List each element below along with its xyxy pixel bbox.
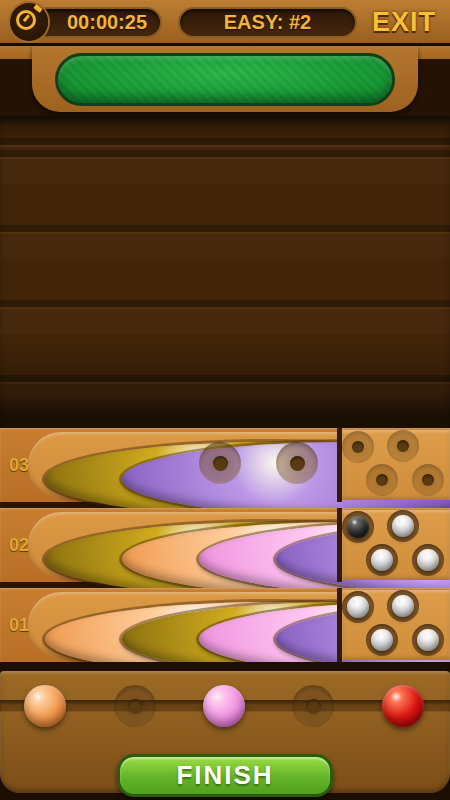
- timer-value: 00:00:25: [67, 11, 147, 34]
- level-badge: EASY: #2: [178, 7, 357, 38]
- level-label: EASY: #2: [224, 11, 311, 34]
- tray-section: FINISH: [0, 662, 450, 800]
- feedback-pin-ball: [417, 549, 439, 571]
- slot-dot: [306, 699, 321, 714]
- slot-dot: [290, 456, 305, 471]
- feedback-pin-white: [412, 624, 444, 656]
- slot-dot: [352, 441, 364, 453]
- feedback-hole-empty: [342, 431, 374, 463]
- feedback-pin-white: [412, 544, 444, 576]
- timer-badge: 00:00:25: [30, 7, 162, 38]
- row-number-label: 01: [6, 588, 32, 662]
- feedback-pin-ball: [392, 515, 414, 537]
- feedback-hole-empty: [412, 464, 444, 496]
- feedback-pin-ball: [371, 629, 393, 651]
- feedback-pin-ball: [371, 549, 393, 571]
- feedback-panel: [342, 510, 450, 580]
- guess-rows: 030201: [0, 428, 450, 662]
- feedback-panel: [342, 590, 450, 660]
- secret-code-cover: [55, 53, 395, 106]
- feedback-hole-empty: [366, 464, 398, 496]
- board-background: [0, 116, 450, 428]
- row-number-label: 02: [6, 508, 32, 582]
- guess-row-03: 03: [0, 428, 450, 502]
- secret-code-section: [0, 46, 450, 116]
- exit-button[interactable]: EXIT: [364, 6, 444, 38]
- tray-ball-pink[interactable]: [203, 685, 245, 727]
- feedback-pin-white: [387, 510, 419, 542]
- feedback-pin-black: [342, 511, 374, 543]
- feedback-pin-ball: [347, 516, 369, 538]
- stopwatch-knob: [33, 4, 42, 13]
- peg-slot-empty[interactable]: [276, 442, 318, 484]
- tray-slot-empty[interactable]: [114, 685, 156, 727]
- feedback-pin-white: [366, 544, 398, 576]
- feedback-hole-empty: [387, 430, 419, 462]
- tray-ball-red[interactable]: [382, 685, 424, 727]
- slot-dot: [422, 474, 434, 486]
- feedback-pin-white: [366, 624, 398, 656]
- feedback-pin-ball: [392, 595, 414, 617]
- feedback-pin-ball: [347, 596, 369, 618]
- slot-dot: [376, 474, 388, 486]
- slot-dot: [128, 699, 143, 714]
- game-screen: 00:00:25 EASY: #2 EXIT 030201 FINISH: [0, 0, 450, 800]
- feedback-pin-white: [387, 590, 419, 622]
- feedback-panel: [342, 430, 450, 500]
- finish-button[interactable]: FINISH: [117, 754, 333, 797]
- row-number-label: 03: [6, 428, 32, 502]
- tray-slot-empty[interactable]: [292, 685, 334, 727]
- feedback-pin-white: [342, 591, 374, 623]
- tray-ball-orange[interactable]: [24, 685, 66, 727]
- stopwatch-icon: [10, 3, 48, 41]
- slot-dot: [213, 456, 228, 471]
- guess-row-01: 01: [0, 588, 450, 662]
- top-bar: 00:00:25 EASY: #2 EXIT: [0, 0, 450, 43]
- slot-dot: [397, 440, 409, 452]
- feedback-pin-ball: [417, 629, 439, 651]
- peg-slot-empty[interactable]: [199, 442, 241, 484]
- guess-row-02: 02: [0, 508, 450, 582]
